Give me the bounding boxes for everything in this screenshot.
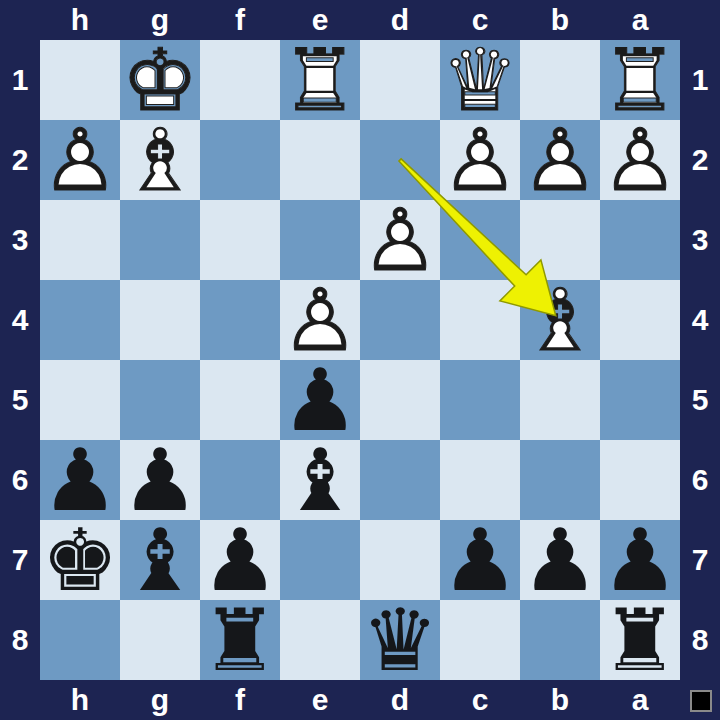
- square-h6[interactable]: ♟: [40, 440, 120, 520]
- piece-bP-c7: ♟: [440, 520, 520, 600]
- square-c4[interactable]: [440, 280, 520, 360]
- file-label-e: e: [280, 0, 360, 40]
- piece-outline-wP-c2: ♙: [440, 120, 520, 200]
- piece-bR-f8: ♜: [200, 600, 280, 680]
- square-a3[interactable]: [600, 200, 680, 280]
- file-labels-bottom: hgfedcba: [40, 680, 680, 720]
- rank-label-2: 2: [680, 120, 720, 200]
- file-label-a: a: [600, 0, 680, 40]
- piece-outline-wP-d3: ♙: [360, 200, 440, 280]
- square-b3[interactable]: [520, 200, 600, 280]
- square-d5[interactable]: [360, 360, 440, 440]
- square-a8[interactable]: ♜: [600, 600, 680, 680]
- rank-label-1: 1: [0, 40, 40, 120]
- piece-bB-g7: ♝: [120, 520, 200, 600]
- side-to-move-indicator: [690, 690, 712, 712]
- piece-outline-wB-b4: ♗: [520, 280, 600, 360]
- square-d2[interactable]: [360, 120, 440, 200]
- square-b1[interactable]: [520, 40, 600, 120]
- square-f2[interactable]: [200, 120, 280, 200]
- file-label-e: e: [280, 680, 360, 720]
- square-a4[interactable]: [600, 280, 680, 360]
- square-b6[interactable]: [520, 440, 600, 520]
- file-label-g: g: [120, 680, 200, 720]
- piece-outline-wP-h2: ♙: [40, 120, 120, 200]
- square-b8[interactable]: [520, 600, 600, 680]
- square-d4[interactable]: [360, 280, 440, 360]
- square-h5[interactable]: [40, 360, 120, 440]
- rank-label-1: 1: [680, 40, 720, 120]
- square-h7[interactable]: ♚: [40, 520, 120, 600]
- piece-wP-b2: ♟: [520, 120, 600, 200]
- square-b7[interactable]: ♟: [520, 520, 600, 600]
- square-d1[interactable]: [360, 40, 440, 120]
- piece-wB-g2: ♝: [120, 120, 200, 200]
- rank-label-5: 5: [680, 360, 720, 440]
- rank-labels-right: 12345678: [680, 40, 720, 680]
- file-label-b: b: [520, 0, 600, 40]
- square-g4[interactable]: [120, 280, 200, 360]
- square-h4[interactable]: [40, 280, 120, 360]
- rank-label-5: 5: [0, 360, 40, 440]
- square-e2[interactable]: [280, 120, 360, 200]
- square-e1[interactable]: ♜♖: [280, 40, 360, 120]
- rank-label-7: 7: [0, 520, 40, 600]
- square-f6[interactable]: [200, 440, 280, 520]
- square-h1[interactable]: [40, 40, 120, 120]
- file-labels-top: hgfedcba: [40, 0, 680, 40]
- piece-outline-wP-a2: ♙: [600, 120, 680, 200]
- square-a6[interactable]: [600, 440, 680, 520]
- rank-label-4: 4: [680, 280, 720, 360]
- square-b2[interactable]: ♟♙: [520, 120, 600, 200]
- piece-bQ-d8: ♛: [360, 600, 440, 680]
- rank-label-8: 8: [680, 600, 720, 680]
- square-g3[interactable]: [120, 200, 200, 280]
- file-label-f: f: [200, 0, 280, 40]
- rank-labels-left: 12345678: [0, 40, 40, 680]
- file-label-b: b: [520, 680, 600, 720]
- rank-label-6: 6: [0, 440, 40, 520]
- piece-wP-a2: ♟: [600, 120, 680, 200]
- square-f5[interactable]: [200, 360, 280, 440]
- piece-wK-g1: ♚: [120, 40, 200, 120]
- square-c3[interactable]: [440, 200, 520, 280]
- square-f1[interactable]: [200, 40, 280, 120]
- piece-outline-wB-g2: ♗: [120, 120, 200, 200]
- square-h3[interactable]: [40, 200, 120, 280]
- square-c8[interactable]: [440, 600, 520, 680]
- piece-wP-e4: ♟: [280, 280, 360, 360]
- piece-bP-e5: ♟: [280, 360, 360, 440]
- square-a7[interactable]: ♟: [600, 520, 680, 600]
- piece-wR-a1: ♜: [600, 40, 680, 120]
- piece-bP-b7: ♟: [520, 520, 600, 600]
- square-g7[interactable]: ♝: [120, 520, 200, 600]
- square-e4[interactable]: ♟♙: [280, 280, 360, 360]
- square-b5[interactable]: [520, 360, 600, 440]
- square-b4[interactable]: ♝♗: [520, 280, 600, 360]
- square-d7[interactable]: [360, 520, 440, 600]
- piece-wB-b4: ♝: [520, 280, 600, 360]
- rank-label-8: 8: [0, 600, 40, 680]
- file-label-f: f: [200, 680, 280, 720]
- square-c6[interactable]: [440, 440, 520, 520]
- piece-bK-h7: ♚: [40, 520, 120, 600]
- square-f4[interactable]: [200, 280, 280, 360]
- piece-bP-h6: ♟: [40, 440, 120, 520]
- rank-label-7: 7: [680, 520, 720, 600]
- square-c7[interactable]: ♟: [440, 520, 520, 600]
- piece-wP-c2: ♟: [440, 120, 520, 200]
- square-c5[interactable]: [440, 360, 520, 440]
- square-d8[interactable]: ♛: [360, 600, 440, 680]
- file-label-h: h: [40, 0, 120, 40]
- file-label-g: g: [120, 0, 200, 40]
- file-label-d: d: [360, 680, 440, 720]
- rank-label-3: 3: [0, 200, 40, 280]
- square-g6[interactable]: ♟: [120, 440, 200, 520]
- piece-wP-d3: ♟: [360, 200, 440, 280]
- piece-bP-f7: ♟: [200, 520, 280, 600]
- square-h2[interactable]: ♟♙: [40, 120, 120, 200]
- square-e3[interactable]: [280, 200, 360, 280]
- piece-outline-wR-e1: ♖: [280, 40, 360, 120]
- file-label-a: a: [600, 680, 680, 720]
- piece-bP-g6: ♟: [120, 440, 200, 520]
- square-a5[interactable]: [600, 360, 680, 440]
- square-f8[interactable]: ♜: [200, 600, 280, 680]
- square-f3[interactable]: [200, 200, 280, 280]
- square-c2[interactable]: ♟♙: [440, 120, 520, 200]
- square-e8[interactable]: [280, 600, 360, 680]
- piece-wP-h2: ♟: [40, 120, 120, 200]
- square-c1[interactable]: ♛♕: [440, 40, 520, 120]
- piece-bR-a8: ♜: [600, 600, 680, 680]
- rank-label-3: 3: [680, 200, 720, 280]
- piece-wR-e1: ♜: [280, 40, 360, 120]
- piece-bP-a7: ♟: [600, 520, 680, 600]
- square-e5[interactable]: ♟: [280, 360, 360, 440]
- square-g2[interactable]: ♝♗: [120, 120, 200, 200]
- square-g1[interactable]: ♚♔: [120, 40, 200, 120]
- piece-outline-wK-g1: ♔: [120, 40, 200, 120]
- square-g8[interactable]: [120, 600, 200, 680]
- rank-label-6: 6: [680, 440, 720, 520]
- file-label-h: h: [40, 680, 120, 720]
- square-e6[interactable]: ♝: [280, 440, 360, 520]
- square-g5[interactable]: [120, 360, 200, 440]
- piece-bB-e6: ♝: [280, 440, 360, 520]
- square-h8[interactable]: [40, 600, 120, 680]
- piece-outline-wP-b2: ♙: [520, 120, 600, 200]
- square-e7[interactable]: [280, 520, 360, 600]
- rank-label-4: 4: [0, 280, 40, 360]
- piece-outline-wQ-c1: ♕: [440, 40, 520, 120]
- square-a1[interactable]: ♜♖: [600, 40, 680, 120]
- chess-board: ♚♔♜♖♛♕♜♖♟♙♝♗♟♙♟♙♟♙♟♙♟♙♝♗♟♟♟♝♚♝♟♟♟♟♜♛♜: [40, 40, 680, 680]
- file-label-d: d: [360, 0, 440, 40]
- square-d6[interactable]: [360, 440, 440, 520]
- piece-wQ-c1: ♛: [440, 40, 520, 120]
- square-a2[interactable]: ♟♙: [600, 120, 680, 200]
- square-f7[interactable]: ♟: [200, 520, 280, 600]
- file-label-c: c: [440, 0, 520, 40]
- rank-label-2: 2: [0, 120, 40, 200]
- piece-outline-wP-e4: ♙: [280, 280, 360, 360]
- file-label-c: c: [440, 680, 520, 720]
- square-d3[interactable]: ♟♙: [360, 200, 440, 280]
- piece-outline-wR-a1: ♖: [600, 40, 680, 120]
- chess-diagram: hgfedcba hgfedcba 12345678 12345678 ♚♔♜♖…: [0, 0, 720, 720]
